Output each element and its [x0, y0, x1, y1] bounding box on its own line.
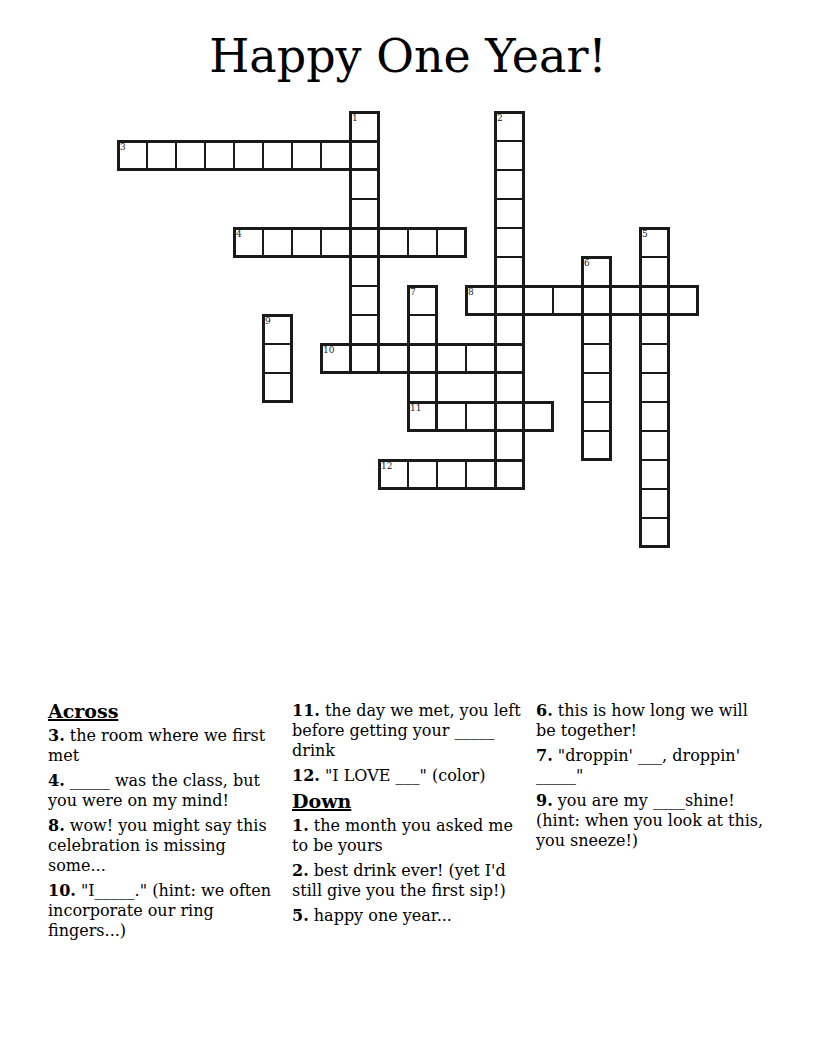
- grid-cell[interactable]: [639, 430, 670, 461]
- clue-item-d7: 7. "droppin' ___, droppin' _____": [536, 746, 770, 786]
- grid-cell[interactable]: [552, 285, 583, 316]
- clue-item-a3: 3. the room where we first met: [48, 726, 282, 766]
- grid-cell[interactable]: [639, 256, 670, 287]
- grid-cell[interactable]: [146, 140, 177, 171]
- grid-cell[interactable]: [436, 227, 467, 258]
- cell-number: 4: [236, 230, 242, 239]
- clue-number: 11.: [292, 701, 320, 720]
- clues-section: Across3. the room where we first met4. _…: [48, 701, 770, 946]
- grid-cell[interactable]: [320, 227, 351, 258]
- grid-cell[interactable]: [349, 343, 380, 374]
- clue-item-a8: 8. wow! you might say this celebration i…: [48, 816, 282, 876]
- clue-item-a4: 4. _____ was the class, but you were on …: [48, 771, 282, 811]
- clue-number: 4.: [48, 771, 65, 790]
- clue-number: 10.: [48, 881, 76, 900]
- clue-number: 5.: [292, 906, 309, 925]
- clues-column-1: Across3. the room where we first met4. _…: [48, 701, 282, 946]
- cell-number: 10: [323, 346, 334, 355]
- clues-column-3: 6. this is how long we will be together!…: [536, 701, 770, 946]
- grid-cell[interactable]: [436, 401, 467, 432]
- clue-item-a10: 10. "I_____." (hint: we often incorporat…: [48, 881, 282, 941]
- grid-cell[interactable]: [465, 343, 496, 374]
- clue-item-d2: 2. best drink ever! (yet I'd still give …: [292, 861, 526, 901]
- grid-cell[interactable]: [494, 430, 525, 461]
- cell-number: 6: [584, 259, 590, 268]
- grid-cell[interactable]: [494, 140, 525, 171]
- grid-cell[interactable]: [494, 227, 525, 258]
- grid-cell[interactable]: [581, 343, 612, 374]
- clue-number: 2.: [292, 861, 309, 880]
- grid-cell[interactable]: [639, 401, 670, 432]
- grid-cell[interactable]: [668, 285, 699, 316]
- grid-cell[interactable]: [523, 285, 554, 316]
- grid-cell[interactable]: [407, 227, 438, 258]
- grid-cell[interactable]: [349, 285, 380, 316]
- grid-cell[interactable]: [494, 256, 525, 287]
- clue-number: 8.: [48, 816, 65, 835]
- grid-cell[interactable]: [639, 517, 670, 548]
- clue-item-d6: 6. this is how long we will be together!: [536, 701, 770, 741]
- grid-cell[interactable]: [639, 372, 670, 403]
- crossword-grid: 123456789101112: [117, 111, 701, 551]
- clue-item-a11: 11. the day we met, you left before gett…: [292, 701, 526, 761]
- grid-cell[interactable]: [494, 343, 525, 374]
- grid-cell[interactable]: [407, 343, 438, 374]
- worksheet-page: { "game": "crossword", "title": "Happy O…: [0, 0, 816, 1056]
- grid-cell[interactable]: [494, 169, 525, 200]
- grid-cell[interactable]: [581, 285, 612, 316]
- grid-cell[interactable]: [407, 459, 438, 490]
- grid-cell[interactable]: [494, 314, 525, 345]
- clues-column-2: 11. the day we met, you left before gett…: [292, 701, 526, 946]
- grid-cell[interactable]: [465, 459, 496, 490]
- grid-cell[interactable]: [378, 343, 409, 374]
- cell-number: 11: [410, 404, 421, 413]
- grid-cell[interactable]: [639, 459, 670, 490]
- clue-number: 3.: [48, 726, 65, 745]
- across-header: Across: [48, 701, 282, 721]
- grid-cell[interactable]: [436, 343, 467, 374]
- grid-cell[interactable]: [262, 140, 293, 171]
- clue-item-d1: 1. the month you asked me to be yours: [292, 816, 526, 856]
- clue-number: 1.: [292, 816, 309, 835]
- grid-cell[interactable]: [233, 140, 264, 171]
- grid-cell[interactable]: [494, 198, 525, 229]
- grid-cell[interactable]: [262, 227, 293, 258]
- clue-item-a12: 12. "I LOVE ___" (color): [292, 766, 526, 786]
- clue-item-d9: 9. you are my ____shine! (hint: when you…: [536, 791, 770, 851]
- grid-cell[interactable]: [378, 227, 409, 258]
- grid-cell[interactable]: [349, 198, 380, 229]
- grid-cell[interactable]: [639, 314, 670, 345]
- grid-cell[interactable]: [494, 401, 525, 432]
- grid-cell[interactable]: [349, 256, 380, 287]
- page-title: Happy One Year!: [0, 30, 816, 83]
- cell-number: 2: [497, 114, 503, 123]
- grid-cell[interactable]: [610, 285, 641, 316]
- grid-cell[interactable]: [639, 343, 670, 374]
- clue-item-d5: 5. happy one year...: [292, 906, 526, 926]
- cell-number: 3: [120, 143, 126, 152]
- grid-cell[interactable]: [349, 140, 380, 171]
- grid-cell[interactable]: [436, 459, 467, 490]
- cell-number: 5: [642, 230, 648, 239]
- cell-number: 9: [265, 317, 271, 326]
- grid-cell[interactable]: [262, 372, 293, 403]
- grid-cell[interactable]: [639, 285, 670, 316]
- cell-number: 1: [352, 114, 358, 123]
- grid-cell[interactable]: [291, 140, 322, 171]
- grid-cell[interactable]: [494, 285, 525, 316]
- grid-cell[interactable]: [523, 401, 554, 432]
- cell-number: 7: [410, 288, 416, 297]
- grid-cell[interactable]: [407, 372, 438, 403]
- clue-number: 7.: [536, 746, 553, 765]
- grid-cell[interactable]: [349, 169, 380, 200]
- grid-cell[interactable]: [262, 343, 293, 374]
- grid-cell[interactable]: [320, 140, 351, 171]
- cell-number: 12: [381, 462, 392, 471]
- grid-cell[interactable]: [204, 140, 235, 171]
- grid-cell[interactable]: [639, 488, 670, 519]
- grid-cell[interactable]: [494, 372, 525, 403]
- grid-cell[interactable]: [581, 401, 612, 432]
- grid-cell[interactable]: [581, 430, 612, 461]
- clue-number: 12.: [292, 766, 320, 785]
- grid-cell[interactable]: [494, 459, 525, 490]
- grid-cell[interactable]: [349, 314, 380, 345]
- grid-cell[interactable]: [407, 314, 438, 345]
- grid-cell[interactable]: [175, 140, 206, 171]
- clue-number: 6.: [536, 701, 553, 720]
- grid-cell[interactable]: [291, 227, 322, 258]
- down-header: Down: [292, 791, 526, 811]
- grid-cell[interactable]: [581, 314, 612, 345]
- grid-cell[interactable]: [349, 227, 380, 258]
- grid-cell[interactable]: [465, 401, 496, 432]
- cell-number: 8: [468, 288, 474, 297]
- clue-number: 9.: [536, 791, 553, 810]
- grid-cell[interactable]: [581, 372, 612, 403]
